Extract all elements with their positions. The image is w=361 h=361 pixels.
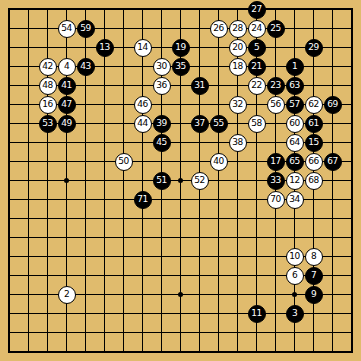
stone-black-43: 43 xyxy=(77,58,95,76)
stone-white-68: 68 xyxy=(305,172,323,190)
stone-black-25: 25 xyxy=(267,20,285,38)
move-number: 58 xyxy=(251,119,261,128)
move-number: 28 xyxy=(232,24,242,33)
move-number: 46 xyxy=(137,100,147,109)
move-number: 18 xyxy=(232,62,242,71)
stone-black-3: 3 xyxy=(286,305,304,323)
move-number: 5 xyxy=(254,43,259,52)
move-number: 19 xyxy=(175,43,185,52)
stone-white-20: 20 xyxy=(229,39,247,57)
move-number: 53 xyxy=(42,119,52,128)
stone-black-71: 71 xyxy=(134,191,152,209)
move-number: 21 xyxy=(251,62,261,71)
stone-white-30: 30 xyxy=(153,58,171,76)
stone-white-14: 14 xyxy=(134,39,152,57)
move-number: 20 xyxy=(232,43,242,52)
move-number: 7 xyxy=(311,271,316,280)
stone-black-13: 13 xyxy=(96,39,114,57)
stone-white-60: 60 xyxy=(286,115,304,133)
move-number: 66 xyxy=(308,157,318,166)
move-number: 12 xyxy=(289,176,299,185)
stone-white-12: 12 xyxy=(286,172,304,190)
stone-white-58: 58 xyxy=(248,115,266,133)
move-number: 55 xyxy=(213,119,223,128)
stone-black-35: 35 xyxy=(172,58,190,76)
stone-white-42: 42 xyxy=(39,58,57,76)
move-number: 56 xyxy=(270,100,280,109)
stone-white-56: 56 xyxy=(267,96,285,114)
move-number: 43 xyxy=(80,62,90,71)
move-number: 71 xyxy=(137,195,147,204)
stone-black-33: 33 xyxy=(267,172,285,190)
move-number: 41 xyxy=(61,81,71,90)
move-number: 45 xyxy=(156,138,166,147)
move-number: 63 xyxy=(289,81,299,90)
move-number: 10 xyxy=(289,252,299,261)
stone-white-6: 6 xyxy=(286,267,304,285)
move-number: 24 xyxy=(251,24,261,33)
stone-white-54: 54 xyxy=(58,20,76,38)
move-number: 25 xyxy=(270,24,280,33)
stone-white-18: 18 xyxy=(229,58,247,76)
move-number: 47 xyxy=(61,100,71,109)
move-number: 29 xyxy=(308,43,318,52)
stone-layer: 1234567891011121314151617181920212223242… xyxy=(0,0,361,361)
move-number: 39 xyxy=(156,119,166,128)
move-number: 68 xyxy=(308,176,318,185)
stone-black-69: 69 xyxy=(324,96,342,114)
stone-white-10: 10 xyxy=(286,248,304,266)
move-number: 40 xyxy=(213,157,223,166)
stone-white-8: 8 xyxy=(305,248,323,266)
stone-black-67: 67 xyxy=(324,153,342,171)
stone-black-49: 49 xyxy=(58,115,76,133)
stone-white-66: 66 xyxy=(305,153,323,171)
move-number: 48 xyxy=(42,81,52,90)
move-number: 69 xyxy=(327,100,337,109)
move-number: 27 xyxy=(251,5,261,14)
stone-white-24: 24 xyxy=(248,20,266,38)
move-number: 26 xyxy=(213,24,223,33)
move-number: 17 xyxy=(270,157,280,166)
stone-black-9: 9 xyxy=(305,286,323,304)
move-number: 9 xyxy=(311,290,316,299)
stone-black-21: 21 xyxy=(248,58,266,76)
stone-black-53: 53 xyxy=(39,115,57,133)
move-number: 62 xyxy=(308,100,318,109)
move-number: 33 xyxy=(270,176,280,185)
move-number: 8 xyxy=(311,252,316,261)
stone-white-22: 22 xyxy=(248,77,266,95)
stone-black-29: 29 xyxy=(305,39,323,57)
stone-white-48: 48 xyxy=(39,77,57,95)
move-number: 67 xyxy=(327,157,337,166)
stone-black-31: 31 xyxy=(191,77,209,95)
stone-black-15: 15 xyxy=(305,134,323,152)
move-number: 15 xyxy=(308,138,318,147)
stone-white-2: 2 xyxy=(58,286,76,304)
stone-black-45: 45 xyxy=(153,134,171,152)
move-number: 37 xyxy=(194,119,204,128)
stone-white-32: 32 xyxy=(229,96,247,114)
stone-white-34: 34 xyxy=(286,191,304,209)
move-number: 16 xyxy=(42,100,52,109)
move-number: 2 xyxy=(64,290,69,299)
stone-white-50: 50 xyxy=(115,153,133,171)
stone-black-17: 17 xyxy=(267,153,285,171)
move-number: 31 xyxy=(194,81,204,90)
stone-black-23: 23 xyxy=(267,77,285,95)
stone-white-62: 62 xyxy=(305,96,323,114)
stone-white-4: 4 xyxy=(58,58,76,76)
stone-black-1: 1 xyxy=(286,58,304,76)
move-number: 57 xyxy=(289,100,299,109)
move-number: 35 xyxy=(175,62,185,71)
move-number: 42 xyxy=(42,62,52,71)
move-number: 22 xyxy=(251,81,261,90)
stone-black-41: 41 xyxy=(58,77,76,95)
stone-black-59: 59 xyxy=(77,20,95,38)
stone-black-57: 57 xyxy=(286,96,304,114)
stone-black-39: 39 xyxy=(153,115,171,133)
move-number: 4 xyxy=(64,62,69,71)
stone-black-37: 37 xyxy=(191,115,209,133)
move-number: 44 xyxy=(137,119,147,128)
stone-white-36: 36 xyxy=(153,77,171,95)
stone-white-64: 64 xyxy=(286,134,304,152)
move-number: 13 xyxy=(99,43,109,52)
stone-white-46: 46 xyxy=(134,96,152,114)
stone-black-19: 19 xyxy=(172,39,190,57)
stone-black-47: 47 xyxy=(58,96,76,114)
stone-white-26: 26 xyxy=(210,20,228,38)
move-number: 23 xyxy=(270,81,280,90)
move-number: 61 xyxy=(308,119,318,128)
move-number: 34 xyxy=(289,195,299,204)
stone-black-63: 63 xyxy=(286,77,304,95)
stone-white-16: 16 xyxy=(39,96,57,114)
move-number: 30 xyxy=(156,62,166,71)
move-number: 54 xyxy=(61,24,71,33)
stone-black-65: 65 xyxy=(286,153,304,171)
move-number: 60 xyxy=(289,119,299,128)
move-number: 50 xyxy=(118,157,128,166)
stone-black-5: 5 xyxy=(248,39,266,57)
move-number: 65 xyxy=(289,157,299,166)
go-board[interactable]: 1234567891011121314151617181920212223242… xyxy=(0,0,361,361)
stone-black-11: 11 xyxy=(248,305,266,323)
stone-white-70: 70 xyxy=(267,191,285,209)
move-number: 1 xyxy=(292,62,297,71)
move-number: 52 xyxy=(194,176,204,185)
move-number: 3 xyxy=(292,309,297,318)
move-number: 11 xyxy=(251,309,261,318)
stone-black-61: 61 xyxy=(305,115,323,133)
move-number: 36 xyxy=(156,81,166,90)
move-number: 6 xyxy=(292,271,297,280)
stone-white-40: 40 xyxy=(210,153,228,171)
stone-black-51: 51 xyxy=(153,172,171,190)
move-number: 49 xyxy=(61,119,71,128)
move-number: 32 xyxy=(232,100,242,109)
move-number: 64 xyxy=(289,138,299,147)
move-number: 59 xyxy=(80,24,90,33)
move-number: 51 xyxy=(156,176,166,185)
stone-white-28: 28 xyxy=(229,20,247,38)
stone-black-7: 7 xyxy=(305,267,323,285)
stone-white-38: 38 xyxy=(229,134,247,152)
move-number: 38 xyxy=(232,138,242,147)
stone-white-44: 44 xyxy=(134,115,152,133)
stone-black-27: 27 xyxy=(248,1,266,19)
stone-black-55: 55 xyxy=(210,115,228,133)
move-number: 14 xyxy=(137,43,147,52)
stone-white-52: 52 xyxy=(191,172,209,190)
move-number: 70 xyxy=(270,195,280,204)
